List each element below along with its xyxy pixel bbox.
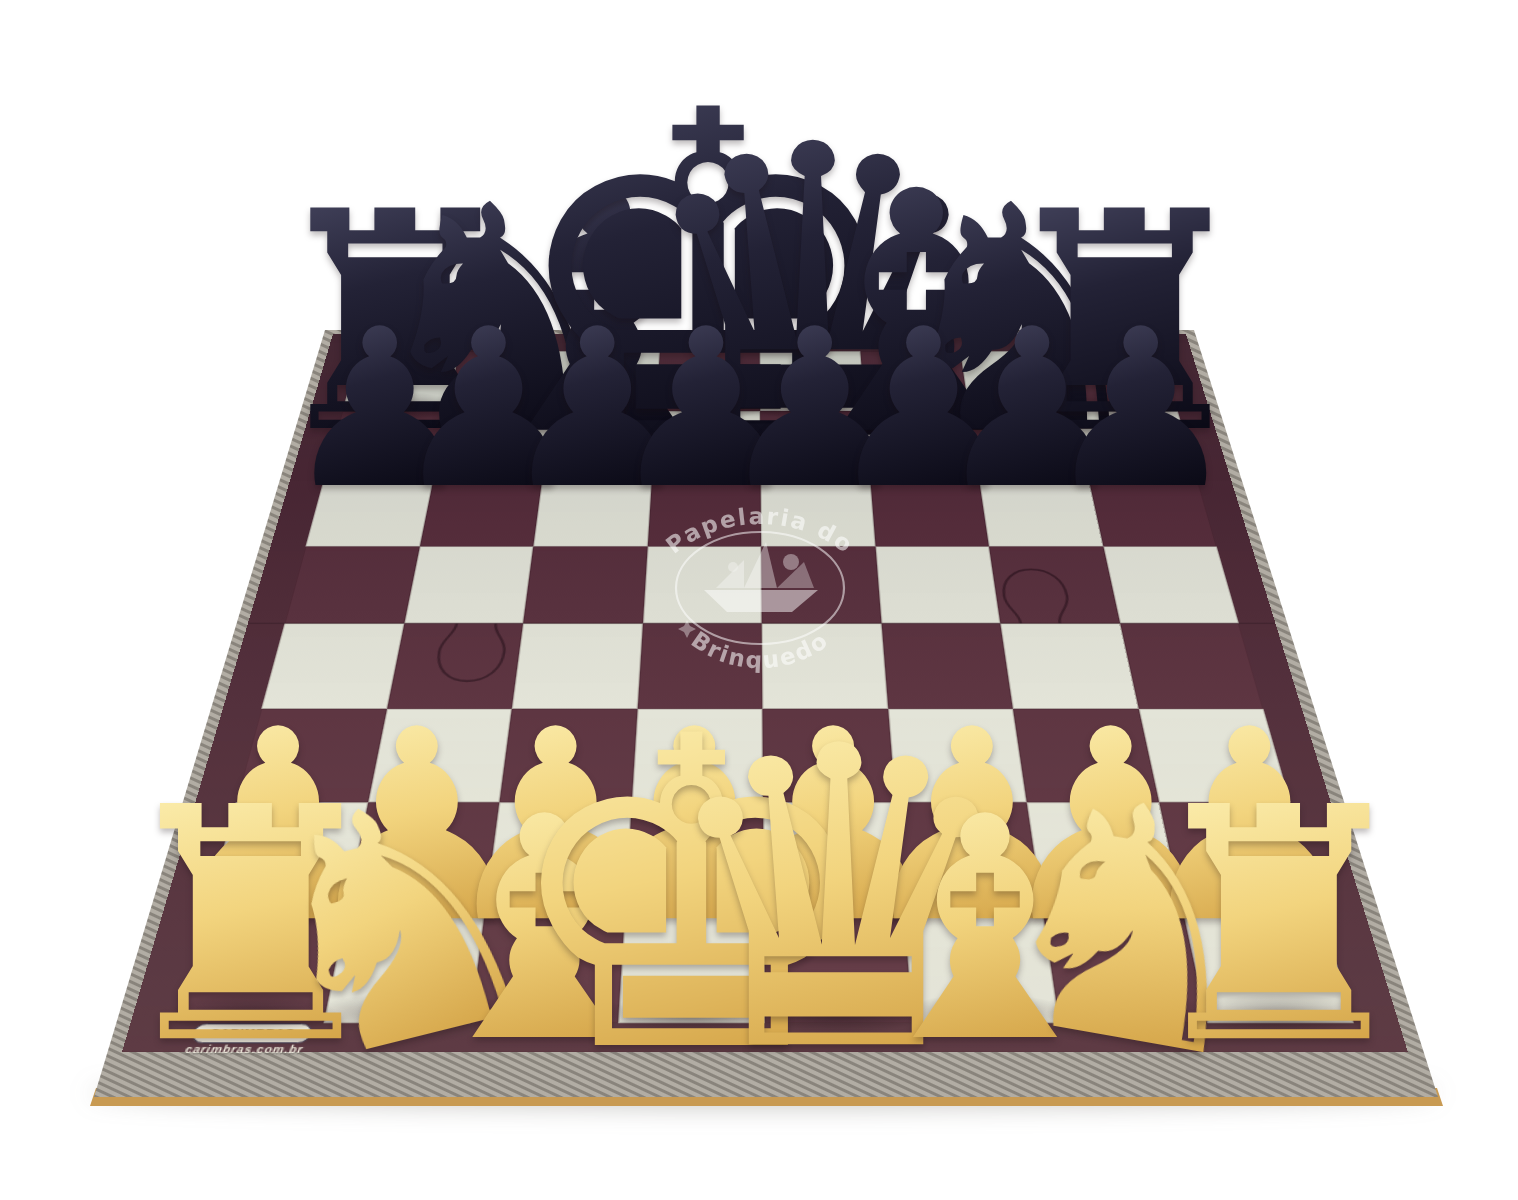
product-photo: CARIMBRAS carimbras.com.br ♜♞♝♚♛♝♞♜♟♟♟♟♟…	[0, 0, 1518, 1200]
pieces-layer: ♜♞♝♚♛♝♞♜♟♟♟♟♟♟♟♟♟♟♟♟♟♟♟♟♜♞♝♚♛♝♞♜	[0, 0, 1518, 1200]
piece-yellow-rook-h1: ♜	[1134, 766, 1423, 1088]
piece-black-pawn-h7: ♟	[1043, 302, 1239, 521]
